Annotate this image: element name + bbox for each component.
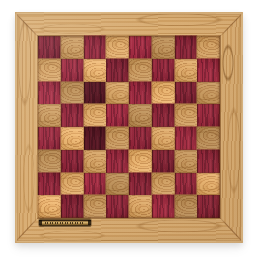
square-f5[interactable] bbox=[152, 104, 175, 127]
square-h5[interactable] bbox=[197, 104, 220, 127]
square-c1[interactable] bbox=[84, 195, 107, 218]
square-b7[interactable] bbox=[61, 59, 84, 82]
square-a8[interactable] bbox=[38, 36, 61, 59]
square-d5[interactable] bbox=[106, 104, 129, 127]
square-h3[interactable] bbox=[197, 150, 220, 173]
square-g4[interactable] bbox=[175, 127, 198, 150]
square-f3[interactable] bbox=[152, 150, 175, 173]
board-frame-right bbox=[220, 12, 243, 243]
square-g1[interactable] bbox=[175, 195, 198, 218]
square-g8[interactable] bbox=[175, 36, 198, 59]
square-a1[interactable] bbox=[38, 195, 61, 218]
square-e3[interactable] bbox=[129, 150, 152, 173]
square-g2[interactable] bbox=[175, 173, 198, 196]
square-a2[interactable] bbox=[38, 173, 61, 196]
square-e6[interactable] bbox=[129, 82, 152, 105]
square-d7[interactable] bbox=[106, 59, 129, 82]
square-a6[interactable] bbox=[38, 82, 61, 105]
square-e4[interactable] bbox=[129, 127, 152, 150]
square-g3[interactable] bbox=[175, 150, 198, 173]
square-c3[interactable] bbox=[84, 150, 107, 173]
square-d4[interactable] bbox=[106, 127, 129, 150]
square-d1[interactable] bbox=[106, 195, 129, 218]
board-squares bbox=[38, 36, 220, 218]
square-c6[interactable] bbox=[84, 82, 107, 105]
square-a5[interactable] bbox=[38, 104, 61, 127]
product-photo-background bbox=[0, 0, 260, 260]
square-f7[interactable] bbox=[152, 59, 175, 82]
square-c4[interactable] bbox=[84, 127, 107, 150]
square-b4[interactable] bbox=[61, 127, 84, 150]
square-a4[interactable] bbox=[38, 127, 61, 150]
square-d8[interactable] bbox=[106, 36, 129, 59]
square-e1[interactable] bbox=[129, 195, 152, 218]
brass-plaque bbox=[39, 219, 91, 226]
square-f6[interactable] bbox=[152, 82, 175, 105]
square-c2[interactable] bbox=[84, 173, 107, 196]
square-a7[interactable] bbox=[38, 59, 61, 82]
square-c7[interactable] bbox=[84, 59, 107, 82]
square-b1[interactable] bbox=[61, 195, 84, 218]
square-g5[interactable] bbox=[175, 104, 198, 127]
square-h4[interactable] bbox=[197, 127, 220, 150]
square-f8[interactable] bbox=[152, 36, 175, 59]
square-b8[interactable] bbox=[61, 36, 84, 59]
square-h2[interactable] bbox=[197, 173, 220, 196]
square-e8[interactable] bbox=[129, 36, 152, 59]
square-c5[interactable] bbox=[84, 104, 107, 127]
square-h6[interactable] bbox=[197, 82, 220, 105]
board-frame-left bbox=[15, 12, 38, 243]
square-e2[interactable] bbox=[129, 173, 152, 196]
square-a3[interactable] bbox=[38, 150, 61, 173]
square-h8[interactable] bbox=[197, 36, 220, 59]
board-frame-top bbox=[15, 12, 243, 36]
square-f2[interactable] bbox=[152, 173, 175, 196]
square-c8[interactable] bbox=[84, 36, 107, 59]
square-e5[interactable] bbox=[129, 104, 152, 127]
square-b2[interactable] bbox=[61, 173, 84, 196]
square-d2[interactable] bbox=[106, 173, 129, 196]
square-g6[interactable] bbox=[175, 82, 198, 105]
chess-board bbox=[15, 12, 243, 243]
square-h7[interactable] bbox=[197, 59, 220, 82]
square-b3[interactable] bbox=[61, 150, 84, 173]
square-g7[interactable] bbox=[175, 59, 198, 82]
square-e7[interactable] bbox=[129, 59, 152, 82]
square-d6[interactable] bbox=[106, 82, 129, 105]
square-h1[interactable] bbox=[197, 195, 220, 218]
square-f4[interactable] bbox=[152, 127, 175, 150]
square-d3[interactable] bbox=[106, 150, 129, 173]
square-b6[interactable] bbox=[61, 82, 84, 105]
square-b5[interactable] bbox=[61, 104, 84, 127]
square-f1[interactable] bbox=[152, 195, 175, 218]
